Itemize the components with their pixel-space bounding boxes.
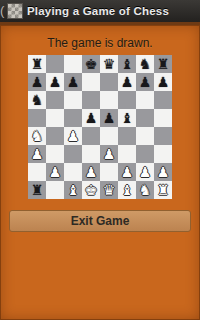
white-pawn: ♟ bbox=[157, 163, 170, 181]
square-a6[interactable]: ♞ bbox=[28, 91, 46, 109]
black-queen: ♛ bbox=[103, 55, 116, 73]
square-b5[interactable] bbox=[46, 109, 64, 127]
square-g5[interactable] bbox=[136, 109, 154, 127]
square-b4[interactable] bbox=[46, 127, 64, 145]
black-bishop: ♝ bbox=[121, 55, 134, 73]
black-pawn: ♟ bbox=[31, 73, 44, 91]
square-e6[interactable] bbox=[100, 91, 118, 109]
black-pawn: ♟ bbox=[49, 73, 62, 91]
square-f5[interactable]: ♝ bbox=[118, 109, 136, 127]
square-d2[interactable]: ♟ bbox=[82, 163, 100, 181]
square-d5[interactable]: ♟ bbox=[82, 109, 100, 127]
white-bishop: ♝ bbox=[121, 181, 134, 199]
app-title: Playing a Game of Chess bbox=[27, 5, 169, 17]
black-rook: ♜ bbox=[31, 181, 44, 199]
square-d6[interactable] bbox=[82, 91, 100, 109]
square-c3[interactable] bbox=[64, 145, 82, 163]
exit-game-button[interactable]: Exit Game bbox=[9, 210, 191, 232]
square-e4[interactable] bbox=[100, 127, 118, 145]
square-b1[interactable] bbox=[46, 181, 64, 199]
square-d8[interactable]: ♚ bbox=[82, 55, 100, 73]
black-rook: ♜ bbox=[31, 55, 44, 73]
black-pawn: ♟ bbox=[67, 73, 80, 91]
square-c5[interactable] bbox=[64, 109, 82, 127]
white-pawn: ♟ bbox=[121, 163, 134, 181]
black-pawn: ♟ bbox=[121, 73, 134, 91]
square-h6[interactable] bbox=[154, 91, 172, 109]
black-knight: ♞ bbox=[31, 91, 44, 109]
square-b2[interactable]: ♟ bbox=[46, 163, 64, 181]
square-g2[interactable]: ♟ bbox=[136, 163, 154, 181]
square-a2[interactable] bbox=[28, 163, 46, 181]
square-f6[interactable] bbox=[118, 91, 136, 109]
white-pawn: ♟ bbox=[103, 145, 116, 163]
title-bar: ( Playing a Game of Chess bbox=[0, 0, 200, 22]
white-rook: ♜ bbox=[157, 181, 170, 199]
square-h4[interactable] bbox=[154, 127, 172, 145]
square-a7[interactable]: ♟ bbox=[28, 73, 46, 91]
square-c6[interactable] bbox=[64, 91, 82, 109]
square-a4[interactable]: ♞ bbox=[28, 127, 46, 145]
square-d1[interactable]: ♚ bbox=[82, 181, 100, 199]
square-e1[interactable]: ♛ bbox=[100, 181, 118, 199]
white-pawn: ♟ bbox=[85, 163, 98, 181]
status-message: The game is drawn. bbox=[0, 36, 200, 50]
square-a3[interactable]: ♟ bbox=[28, 145, 46, 163]
square-e3[interactable]: ♟ bbox=[100, 145, 118, 163]
square-c2[interactable] bbox=[64, 163, 82, 181]
square-f7[interactable]: ♟ bbox=[118, 73, 136, 91]
black-knight: ♞ bbox=[139, 55, 152, 73]
square-f4[interactable] bbox=[118, 127, 136, 145]
square-c8[interactable] bbox=[64, 55, 82, 73]
square-e2[interactable] bbox=[100, 163, 118, 181]
square-c4[interactable]: ♟ bbox=[64, 127, 82, 145]
square-a1[interactable]: ♜ bbox=[28, 181, 46, 199]
square-f8[interactable]: ♝ bbox=[118, 55, 136, 73]
square-c7[interactable]: ♟ bbox=[64, 73, 82, 91]
square-g1[interactable]: ♞ bbox=[136, 181, 154, 199]
titlebar-curve-artifact: ( bbox=[0, 0, 6, 22]
square-h2[interactable]: ♟ bbox=[154, 163, 172, 181]
white-knight: ♞ bbox=[31, 127, 44, 145]
square-e8[interactable]: ♛ bbox=[100, 55, 118, 73]
black-pawn: ♟ bbox=[157, 73, 170, 91]
white-pawn: ♟ bbox=[139, 163, 152, 181]
white-king: ♚ bbox=[85, 181, 98, 199]
square-a8[interactable]: ♜ bbox=[28, 55, 46, 73]
square-b3[interactable] bbox=[46, 145, 64, 163]
square-d4[interactable] bbox=[82, 127, 100, 145]
square-a5[interactable] bbox=[28, 109, 46, 127]
white-queen: ♛ bbox=[103, 181, 116, 199]
square-f1[interactable]: ♝ bbox=[118, 181, 136, 199]
square-e5[interactable]: ♟ bbox=[100, 109, 118, 127]
square-f3[interactable] bbox=[118, 145, 136, 163]
game-screen: The game is drawn. ♜♚♛♝♞♜♟♟♟♟♟♟♞♟♟♝♞♟♟♟♟… bbox=[0, 22, 200, 320]
square-d3[interactable] bbox=[82, 145, 100, 163]
black-king: ♚ bbox=[85, 55, 98, 73]
black-pawn: ♟ bbox=[139, 73, 152, 91]
black-pawn: ♟ bbox=[103, 109, 116, 127]
square-h3[interactable] bbox=[154, 145, 172, 163]
square-g6[interactable] bbox=[136, 91, 154, 109]
square-h1[interactable]: ♜ bbox=[154, 181, 172, 199]
square-c1[interactable]: ♝ bbox=[64, 181, 82, 199]
chessboard-thumbnail-icon bbox=[7, 3, 23, 19]
black-rook: ♜ bbox=[157, 55, 170, 73]
black-bishop: ♝ bbox=[121, 109, 134, 127]
white-pawn: ♟ bbox=[31, 145, 44, 163]
black-pawn: ♟ bbox=[85, 109, 98, 127]
white-pawn: ♟ bbox=[67, 127, 80, 145]
white-knight: ♞ bbox=[139, 181, 152, 199]
square-h5[interactable] bbox=[154, 109, 172, 127]
square-g3[interactable] bbox=[136, 145, 154, 163]
square-b6[interactable] bbox=[46, 91, 64, 109]
white-pawn: ♟ bbox=[49, 163, 62, 181]
square-e7[interactable] bbox=[100, 73, 118, 91]
square-g8[interactable]: ♞ bbox=[136, 55, 154, 73]
chess-board: ♜♚♛♝♞♜♟♟♟♟♟♟♞♟♟♝♞♟♟♟♟♟♟♟♟♜♝♚♛♝♞♜ bbox=[28, 55, 172, 199]
square-f2[interactable]: ♟ bbox=[118, 163, 136, 181]
square-b8[interactable] bbox=[46, 55, 64, 73]
square-g4[interactable] bbox=[136, 127, 154, 145]
square-h8[interactable]: ♜ bbox=[154, 55, 172, 73]
square-d7[interactable] bbox=[82, 73, 100, 91]
white-bishop: ♝ bbox=[67, 181, 80, 199]
square-h7[interactable]: ♟ bbox=[154, 73, 172, 91]
square-g7[interactable]: ♟ bbox=[136, 73, 154, 91]
square-b7[interactable]: ♟ bbox=[46, 73, 64, 91]
